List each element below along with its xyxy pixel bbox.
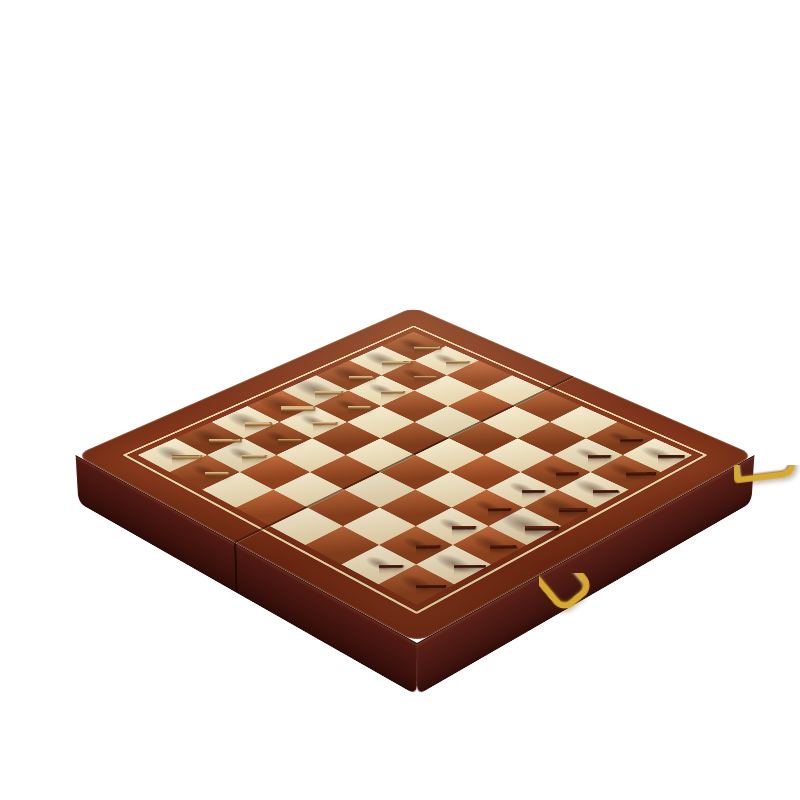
brass-clasp-loop-icon <box>730 437 797 484</box>
photo-scene: ♜♟♞♟♝♟♛♟♚♟♝♟♟♞♜♟♟♜♞♟♟♝♟♛♟♚♟♝♟♞♟♜ <box>0 0 800 800</box>
folding-chess-board: ♜♟♞♟♝♟♛♟♚♟♝♟♟♞♜♟♟♜♞♟♟♝♟♛♟♚♟♝♟♞♟♜ <box>76 307 755 643</box>
product-photo: ♜♟♞♟♝♟♛♟♚♟♝♟♟♞♜♟♟♜♞♟♟♝♟♛♟♚♟♝♟♞♟♜ <box>0 0 800 800</box>
side-panel-fold-seam <box>234 543 238 593</box>
